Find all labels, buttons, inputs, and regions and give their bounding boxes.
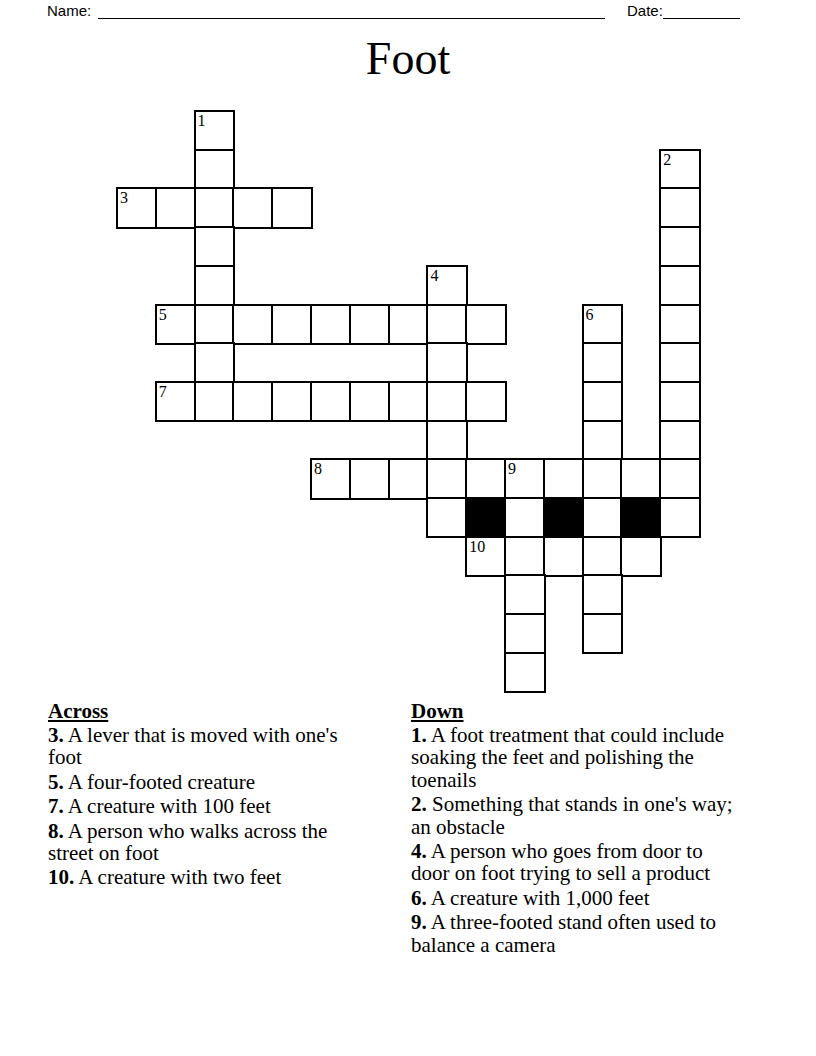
grid-cell-7-7[interactable] [388,381,430,422]
down-clue-4: 4. A person who goes from door to door o… [411,840,741,885]
grid-cell-5-8[interactable] [426,304,468,345]
crossword-grid: 12345678910 [116,110,699,691]
date-blank-line[interactable] [663,2,740,19]
name-label: Name: [47,2,91,20]
grid-cell-11-10[interactable] [504,536,546,577]
grid-cell-9-8[interactable] [426,458,468,499]
cell-number-10: 10 [469,539,485,555]
grid-cell-10-12[interactable] [582,497,624,538]
black-cell-10-11 [543,497,585,538]
grid-cell-8-8[interactable] [426,420,468,461]
grid-cell-3-14[interactable] [659,226,701,267]
cell-number-7: 7 [159,384,167,400]
grid-cell-1-2[interactable] [194,149,236,190]
down-clue-list: 1. A foot treatment that could include s… [411,724,741,956]
grid-cell-9-13[interactable] [620,458,662,499]
down-clue-9: 9. A three-footed stand often used to ba… [411,911,741,956]
grid-cell-7-1[interactable]: 7 [155,381,197,422]
grid-cell-7-9[interactable] [465,381,507,422]
grid-cell-6-2[interactable] [194,342,236,383]
grid-cell-2-0[interactable]: 3 [116,187,158,228]
grid-cell-7-6[interactable] [349,381,391,422]
date-label: Date: [627,2,663,20]
grid-cell-5-3[interactable] [232,304,274,345]
grid-cell-6-14[interactable] [659,342,701,383]
grid-cell-5-14[interactable] [659,304,701,345]
grid-cell-5-9[interactable] [465,304,507,345]
worksheet-page: Name: Date: Foot 12345678910 Across 3. A… [0,0,816,1056]
across-clue-list: 3. A lever that is moved with one's foot… [48,724,363,889]
grid-cell-7-5[interactable] [310,381,352,422]
grid-cell-8-12[interactable] [582,420,624,461]
grid-cell-12-10[interactable] [504,574,546,615]
grid-cell-5-12[interactable]: 6 [582,304,624,345]
grid-cell-11-11[interactable] [543,536,585,577]
grid-cell-9-6[interactable] [349,458,391,499]
cell-number-1: 1 [198,113,206,129]
grid-cell-10-14[interactable] [659,497,701,538]
grid-cell-13-10[interactable] [504,613,546,654]
grid-cell-11-12[interactable] [582,536,624,577]
grid-cell-7-3[interactable] [232,381,274,422]
grid-cell-5-5[interactable] [310,304,352,345]
grid-cell-9-11[interactable] [543,458,585,499]
grid-cell-9-9[interactable] [465,458,507,499]
down-clue-6: 6. A creature with 1,000 feet [411,887,741,909]
grid-cell-4-8[interactable]: 4 [426,265,468,306]
cell-number-2: 2 [663,152,671,168]
grid-cell-5-2[interactable] [194,304,236,345]
down-clues-section: Down 1. A foot treatment that could incl… [411,701,741,958]
across-clues-section: Across 3. A lever that is moved with one… [48,701,363,891]
grid-cell-2-1[interactable] [155,187,197,228]
grid-cell-7-12[interactable] [582,381,624,422]
across-clue-5: 5. A four-footed creature [48,771,363,793]
grid-cell-9-7[interactable] [388,458,430,499]
down-header: Down [411,701,741,721]
grid-cell-6-12[interactable] [582,342,624,383]
black-cell-10-9 [465,497,507,538]
grid-cell-10-10[interactable] [504,497,546,538]
across-header: Across [48,701,363,721]
grid-cell-9-12[interactable] [582,458,624,499]
grid-cell-6-8[interactable] [426,342,468,383]
grid-cell-11-9[interactable]: 10 [465,536,507,577]
grid-cell-5-4[interactable] [271,304,313,345]
grid-cell-10-8[interactable] [426,497,468,538]
grid-cell-9-5[interactable]: 8 [310,458,352,499]
black-cell-10-13 [620,497,662,538]
grid-cell-5-7[interactable] [388,304,430,345]
cell-number-6: 6 [586,307,594,323]
grid-cell-7-4[interactable] [271,381,313,422]
grid-cell-5-6[interactable] [349,304,391,345]
across-clue-7: 7. A creature with 100 feet [48,795,363,817]
grid-cell-8-14[interactable] [659,420,701,461]
grid-cell-2-14[interactable] [659,187,701,228]
cell-number-8: 8 [314,461,322,477]
cell-number-3: 3 [120,190,128,206]
down-clue-2: 2. Something that stands in one's way; a… [411,793,741,838]
grid-cell-12-12[interactable] [582,574,624,615]
grid-cell-2-2[interactable] [194,187,236,228]
cell-number-9: 9 [508,461,516,477]
grid-cell-2-4[interactable] [271,187,313,228]
cell-number-4: 4 [430,268,438,284]
grid-cell-9-14[interactable] [659,458,701,499]
cell-number-5: 5 [159,307,167,323]
grid-cell-11-13[interactable] [620,536,662,577]
grid-cell-1-14[interactable]: 2 [659,149,701,190]
name-blank-line[interactable] [98,2,605,19]
grid-cell-5-1[interactable]: 5 [155,304,197,345]
puzzle-title: Foot [0,36,816,82]
grid-cell-3-2[interactable] [194,226,236,267]
grid-cell-7-2[interactable] [194,381,236,422]
grid-cell-0-2[interactable]: 1 [194,110,236,151]
grid-cell-4-2[interactable] [194,265,236,306]
across-clue-10: 10. A creature with two feet [48,866,363,888]
down-clue-1: 1. A foot treatment that could include s… [411,724,741,791]
grid-cell-13-12[interactable] [582,613,624,654]
across-clue-8: 8. A person who walks across the street … [48,820,363,865]
grid-cell-4-14[interactable] [659,265,701,306]
grid-cell-9-10[interactable]: 9 [504,458,546,499]
grid-cell-7-8[interactable] [426,381,468,422]
across-clue-3: 3. A lever that is moved with one's foot [48,724,363,769]
grid-cell-2-3[interactable] [232,187,274,228]
grid-cell-7-14[interactable] [659,381,701,422]
grid-cell-14-10[interactable] [504,652,546,693]
